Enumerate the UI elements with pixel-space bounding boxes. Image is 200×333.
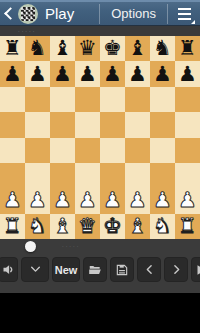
app-window: Play Options ····· ♜♞♝♛♚♝♞♜♟♟♟♟♟♟♟♟♟♟♟♟♟… [0, 0, 200, 333]
piece-white-pawn[interactable]: ♟ [28, 190, 47, 211]
square-g4[interactable] [150, 138, 175, 163]
square-b2[interactable]: ♟ [25, 188, 50, 213]
play-button[interactable] [191, 257, 200, 282]
square-a4[interactable] [0, 138, 25, 163]
square-a1[interactable]: ♜ [0, 214, 25, 239]
square-h4[interactable] [175, 138, 200, 163]
menu-corner-icon [191, 20, 195, 24]
chevron-left-icon [143, 263, 156, 276]
piece-white-bishop[interactable]: ♝ [128, 216, 147, 237]
square-b8[interactable]: ♞ [25, 36, 50, 61]
piece-white-knight[interactable]: ♞ [28, 216, 47, 237]
square-e1[interactable]: ♚ [100, 214, 125, 239]
square-a7[interactable]: ♟ [0, 61, 25, 86]
piece-white-pawn[interactable]: ♟ [178, 190, 197, 211]
piece-black-pawn[interactable]: ♟ [103, 64, 122, 85]
square-h5[interactable] [175, 112, 200, 137]
speaker-icon [1, 262, 16, 277]
square-f7[interactable]: ♟ [125, 61, 150, 86]
square-f3[interactable] [125, 163, 150, 188]
square-b5[interactable] [25, 112, 50, 137]
square-g6[interactable] [150, 87, 175, 112]
square-g3[interactable] [150, 163, 175, 188]
toolbar: New [0, 256, 200, 283]
square-a6[interactable] [0, 87, 25, 112]
options-button[interactable]: Options [99, 4, 168, 24]
square-h8[interactable]: ♜ [175, 36, 200, 61]
square-d1[interactable]: ♛ [75, 214, 100, 239]
square-e6[interactable] [100, 87, 125, 112]
square-h3[interactable] [175, 163, 200, 188]
page-title: Play [45, 5, 74, 22]
new-game-label: New [55, 264, 78, 276]
playback-slider: ····· [0, 239, 200, 254]
square-g8[interactable]: ♞ [150, 36, 175, 61]
status-strip: ····· [0, 26, 200, 36]
piece-white-pawn[interactable]: ♟ [128, 190, 147, 211]
square-b1[interactable]: ♞ [25, 214, 50, 239]
square-d5[interactable] [75, 112, 100, 137]
prev-move-button[interactable] [137, 257, 161, 282]
chess-board: ♜♞♝♛♚♝♞♜♟♟♟♟♟♟♟♟♟♟♟♟♟♟♟♟♜♞♝♛♚♝♞♜ [0, 36, 200, 239]
folder-icon [87, 263, 103, 277]
piece-black-king[interactable]: ♚ [103, 38, 122, 59]
piece-white-pawn[interactable]: ♟ [153, 190, 172, 211]
square-c2[interactable]: ♟ [50, 188, 75, 213]
square-g7[interactable]: ♟ [150, 61, 175, 86]
slider-thumb[interactable] [25, 241, 36, 252]
square-b7[interactable]: ♟ [25, 61, 50, 86]
square-h2[interactable]: ♟ [175, 188, 200, 213]
piece-white-king[interactable]: ♚ [103, 216, 122, 237]
piece-black-pawn[interactable]: ♟ [153, 64, 172, 85]
floppy-disk-icon [115, 263, 129, 277]
piece-white-rook[interactable]: ♜ [178, 216, 197, 237]
header: Play Options [0, 0, 200, 26]
square-b6[interactable] [25, 87, 50, 112]
piece-black-pawn[interactable]: ♟ [3, 64, 22, 85]
open-button[interactable] [83, 257, 107, 282]
back-button[interactable] [4, 4, 16, 24]
square-e7[interactable]: ♟ [100, 61, 125, 86]
square-e8[interactable]: ♚ [100, 36, 125, 61]
piece-black-knight[interactable]: ♞ [153, 38, 172, 59]
square-g5[interactable] [150, 112, 175, 137]
next-move-button[interactable] [164, 257, 188, 282]
square-a3[interactable] [0, 163, 25, 188]
playback-hint: ····· [62, 243, 80, 249]
status-text: ····· [18, 28, 36, 34]
square-d6[interactable] [75, 87, 100, 112]
piece-black-pawn[interactable]: ♟ [53, 64, 72, 85]
sound-button[interactable] [0, 257, 18, 282]
square-c6[interactable] [50, 87, 75, 112]
square-f5[interactable] [125, 112, 150, 137]
square-c1[interactable]: ♝ [50, 214, 75, 239]
square-c7[interactable]: ♟ [50, 61, 75, 86]
square-c5[interactable] [50, 112, 75, 137]
piece-black-pawn[interactable]: ♟ [78, 64, 97, 85]
square-g1[interactable]: ♞ [150, 214, 175, 239]
square-d4[interactable] [75, 138, 100, 163]
piece-black-bishop[interactable]: ♝ [128, 38, 147, 59]
square-a5[interactable] [0, 112, 25, 137]
bottom-panel: ····· New [0, 239, 200, 293]
square-d7[interactable]: ♟ [75, 61, 100, 86]
piece-black-knight[interactable]: ♞ [28, 38, 47, 59]
piece-white-pawn[interactable]: ♟ [103, 190, 122, 211]
app-icon [18, 4, 38, 24]
new-game-button[interactable]: New [52, 257, 80, 282]
square-h7[interactable]: ♟ [175, 61, 200, 86]
piece-white-rook[interactable]: ♜ [3, 216, 22, 237]
square-e4[interactable] [100, 138, 125, 163]
square-f1[interactable]: ♝ [125, 214, 150, 239]
piece-white-knight[interactable]: ♞ [153, 216, 172, 237]
chevron-right-icon [170, 263, 183, 276]
piece-black-pawn[interactable]: ♟ [28, 64, 47, 85]
square-c4[interactable] [50, 138, 75, 163]
piece-black-rook[interactable]: ♜ [178, 38, 197, 59]
square-f8[interactable]: ♝ [125, 36, 150, 61]
square-c3[interactable] [50, 163, 75, 188]
square-e3[interactable] [100, 163, 125, 188]
save-button[interactable] [110, 257, 134, 282]
square-d3[interactable] [75, 163, 100, 188]
piece-black-rook[interactable]: ♜ [3, 38, 22, 59]
square-a2[interactable]: ♟ [0, 188, 25, 213]
back-chevron-icon [4, 7, 17, 20]
square-a8[interactable]: ♜ [0, 36, 25, 61]
square-h1[interactable]: ♜ [175, 214, 200, 239]
square-g2[interactable]: ♟ [150, 188, 175, 213]
piece-black-queen[interactable]: ♛ [78, 38, 97, 59]
navigation-area [0, 293, 200, 331]
play-triangle-icon [194, 263, 200, 277]
piece-black-bishop[interactable]: ♝ [53, 38, 72, 59]
piece-black-pawn[interactable]: ♟ [178, 64, 197, 85]
piece-white-pawn[interactable]: ♟ [53, 190, 72, 211]
square-e2[interactable]: ♟ [100, 188, 125, 213]
square-e5[interactable] [100, 112, 125, 137]
chevron-down-icon [28, 263, 43, 276]
collapse-button[interactable] [21, 257, 49, 282]
square-c8[interactable]: ♝ [50, 36, 75, 61]
piece-black-pawn[interactable]: ♟ [128, 64, 147, 85]
square-f6[interactable] [125, 87, 150, 112]
square-b4[interactable] [25, 138, 50, 163]
square-f4[interactable] [125, 138, 150, 163]
square-f2[interactable]: ♟ [125, 188, 150, 213]
menu-button[interactable] [177, 7, 193, 21]
piece-white-bishop[interactable]: ♝ [53, 216, 72, 237]
square-d2[interactable]: ♟ [75, 188, 100, 213]
piece-white-pawn[interactable]: ♟ [3, 190, 22, 211]
square-h6[interactable] [175, 87, 200, 112]
piece-white-queen[interactable]: ♛ [78, 216, 97, 237]
piece-white-pawn[interactable]: ♟ [78, 190, 97, 211]
chessboard-icon [21, 7, 35, 21]
square-b3[interactable] [25, 163, 50, 188]
square-d8[interactable]: ♛ [75, 36, 100, 61]
